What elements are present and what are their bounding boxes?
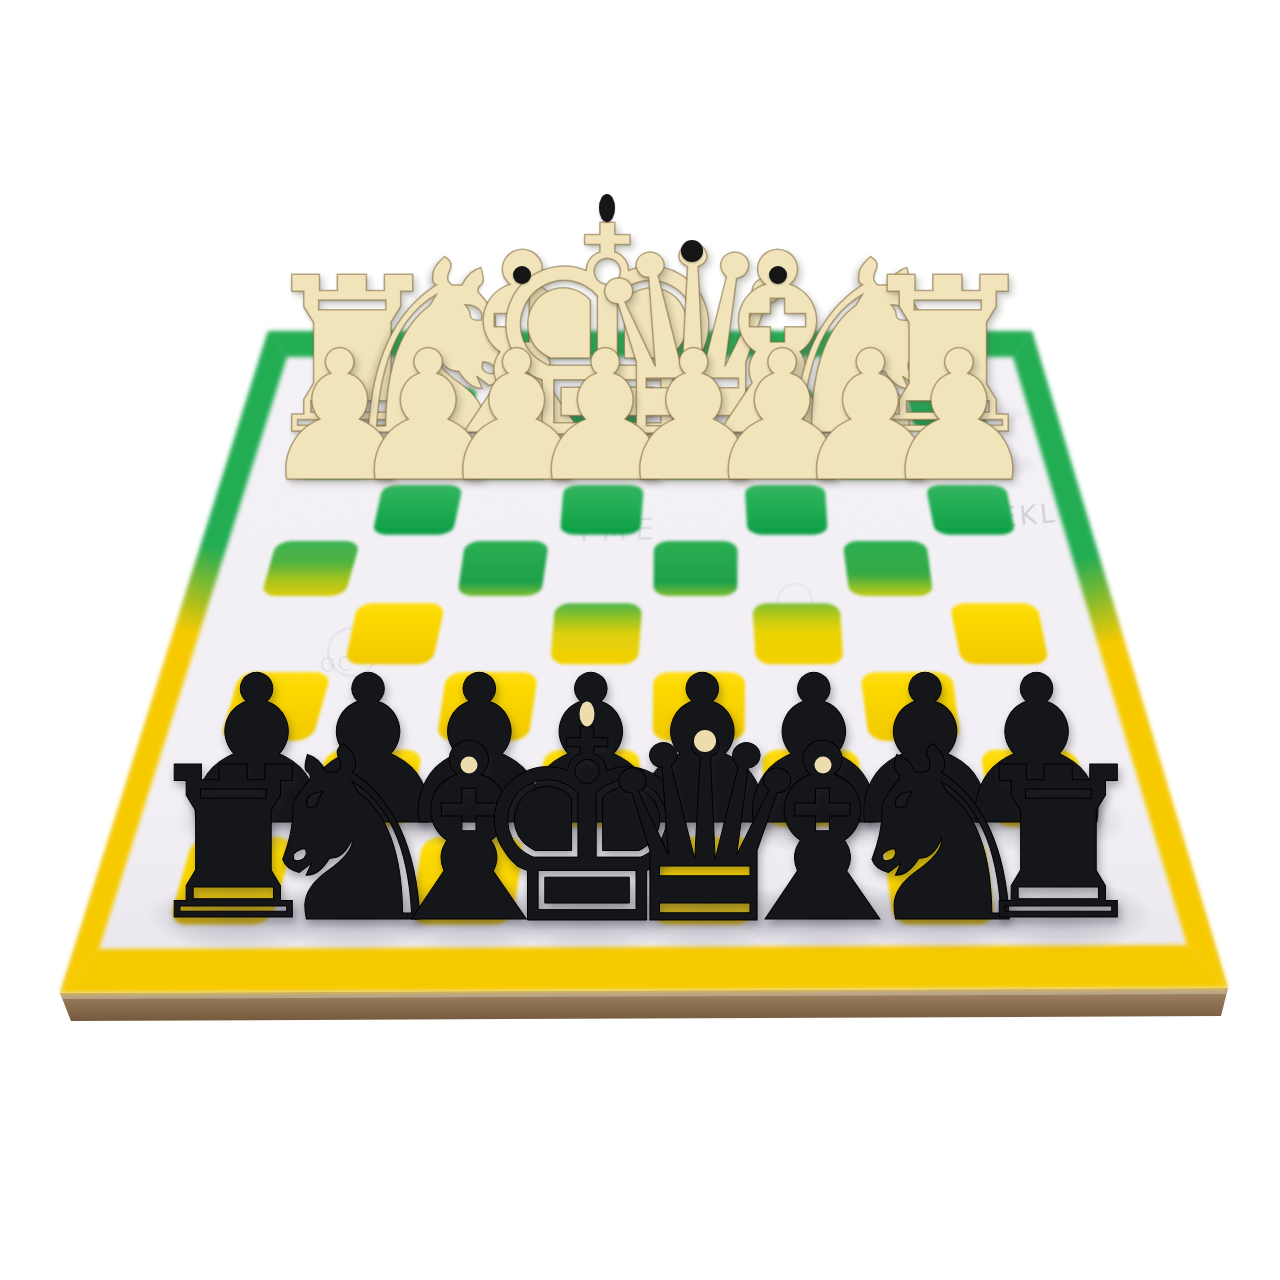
square-d4[interactable] bbox=[653, 541, 737, 596]
square-b4[interactable] bbox=[843, 541, 934, 596]
square-h4[interactable] bbox=[261, 541, 360, 596]
black-rook[interactable]: ♜ bbox=[964, 740, 1152, 950]
white-pawn[interactable]: ♟ bbox=[878, 327, 1039, 507]
square-f4[interactable] bbox=[457, 541, 549, 596]
board-photo-canvas: YMEEKLOCoc ♜♞♝♚♛♝♞♜♟♟♟♟♟♟♟♟♟♟♟♟♟♟♟♟♜♞♝♚♛… bbox=[0, 0, 1280, 1280]
